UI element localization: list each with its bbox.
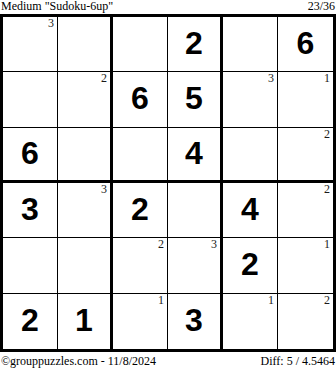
- cell-r3c1[interactable]: 6: [3, 128, 58, 183]
- cell-r3c3[interactable]: [113, 128, 168, 183]
- pencil-mark: 2: [324, 128, 330, 141]
- pencil-mark: 3: [211, 238, 217, 251]
- cell-r6c4[interactable]: 3: [168, 294, 223, 349]
- pencil-mark: 2: [324, 183, 330, 196]
- cell-r6c2[interactable]: 1: [58, 294, 113, 349]
- puzzle-counter: 23/36: [308, 0, 335, 13]
- given-digit: 3: [3, 183, 57, 237]
- cell-r5c2[interactable]: [58, 238, 113, 293]
- given-digit: 6: [113, 72, 167, 126]
- cell-r6c6[interactable]: 2: [278, 294, 333, 349]
- cell-r4c2[interactable]: 3: [58, 183, 113, 238]
- cell-r1c2[interactable]: [58, 17, 113, 72]
- cell-r3c2[interactable]: [58, 128, 113, 183]
- given-digit: 2: [223, 238, 277, 292]
- cell-r6c3[interactable]: 1: [113, 294, 168, 349]
- cell-r1c1[interactable]: 3: [3, 17, 58, 72]
- cell-r1c3[interactable]: [113, 17, 168, 72]
- footer: ©grouppuzzles.com - 11/8/2024 Diff: 5 / …: [0, 352, 336, 370]
- cell-r1c5[interactable]: [223, 17, 278, 72]
- given-digit: 2: [113, 183, 167, 237]
- difficulty-text: Diff: 5 / 4.5464: [261, 354, 335, 368]
- cell-r4c1[interactable]: 3: [3, 183, 58, 238]
- pencil-mark: 2: [158, 238, 164, 251]
- pencil-mark: 2: [324, 294, 330, 307]
- pencil-mark: 1: [324, 72, 330, 85]
- pencil-mark: 3: [101, 183, 107, 196]
- cell-r5c3[interactable]: 2: [113, 238, 168, 293]
- cell-r2c2[interactable]: 2: [58, 72, 113, 127]
- pencil-mark: 1: [268, 294, 274, 307]
- copyright-text: ©grouppuzzles.com - 11/8/2024: [1, 354, 156, 368]
- pencil-mark: 3: [48, 17, 54, 30]
- cell-r6c1[interactable]: 2: [3, 294, 58, 349]
- cell-r4c3[interactable]: 2: [113, 183, 168, 238]
- cell-r2c3[interactable]: 6: [113, 72, 168, 127]
- given-digit: 2: [168, 17, 220, 71]
- sudoku-grid: 32626531642332422321211312: [0, 14, 336, 352]
- pencil-mark: 3: [268, 72, 274, 85]
- cell-r5c6[interactable]: 1: [278, 238, 333, 293]
- cell-r2c4[interactable]: 5: [168, 72, 223, 127]
- given-digit: 3: [168, 294, 220, 349]
- pencil-mark: 1: [158, 294, 164, 307]
- given-digit: 6: [3, 128, 57, 180]
- given-digit: 6: [278, 17, 333, 71]
- cell-r1c6[interactable]: 6: [278, 17, 333, 72]
- given-digit: 5: [168, 72, 220, 126]
- given-digit: 2: [3, 294, 57, 349]
- cell-r3c6[interactable]: 2: [278, 128, 333, 183]
- cell-r1c4[interactable]: 2: [168, 17, 223, 72]
- cell-r5c1[interactable]: [3, 238, 58, 293]
- header: Medium "Sudoku-6up" 23/36: [0, 0, 336, 14]
- cell-r5c5[interactable]: 2: [223, 238, 278, 293]
- cell-r2c6[interactable]: 1: [278, 72, 333, 127]
- given-digit: 4: [223, 183, 277, 237]
- cell-r4c6[interactable]: 2: [278, 183, 333, 238]
- given-digit: 4: [168, 128, 220, 180]
- cell-r3c4[interactable]: 4: [168, 128, 223, 183]
- cell-r4c5[interactable]: 4: [223, 183, 278, 238]
- cell-r5c4[interactable]: 3: [168, 238, 223, 293]
- pencil-mark: 1: [324, 238, 330, 251]
- puzzle-title: Medium "Sudoku-6up": [1, 0, 113, 13]
- cell-r2c5[interactable]: 3: [223, 72, 278, 127]
- pencil-mark: 2: [101, 72, 107, 85]
- cell-r4c4[interactable]: [168, 183, 223, 238]
- cell-r6c5[interactable]: 1: [223, 294, 278, 349]
- cell-r3c5[interactable]: [223, 128, 278, 183]
- cell-r2c1[interactable]: [3, 72, 58, 127]
- given-digit: 1: [58, 294, 110, 349]
